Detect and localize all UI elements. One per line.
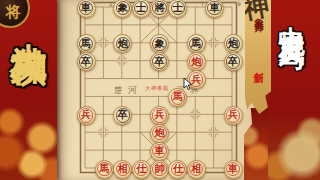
piece-char: 兵 (81, 110, 91, 120)
right-bokeh-photo (262, 112, 320, 180)
piece-red-兵[interactable]: 兵 (224, 106, 243, 125)
piece-char: 車 (210, 3, 220, 13)
piece-char: 仕 (173, 164, 183, 174)
piece-char: 帥 (155, 164, 165, 174)
piece-char: 馬 (173, 92, 183, 102)
piece-red-馬[interactable]: 馬 (95, 160, 114, 179)
piece-red-仕[interactable]: 仕 (168, 160, 187, 179)
piece-black-士[interactable]: 士 (168, 0, 187, 18)
piece-char: 象 (155, 38, 165, 48)
badge-master-label: 象棋大师 (254, 11, 263, 17)
right-title-text: 中炮对屏风马 (279, 6, 305, 30)
piece-red-相[interactable]: 相 (113, 160, 132, 179)
piece-char: 卒 (228, 56, 238, 66)
piece-black-象[interactable]: 象 (113, 0, 132, 18)
piece-char: 兵 (228, 110, 238, 120)
left-title-text: 大神象棋 (0, 14, 57, 22)
piece-red-炮[interactable]: 炮 (187, 52, 206, 71)
piece-black-車[interactable]: 車 (77, 0, 96, 18)
piece-char: 馬 (81, 38, 91, 48)
piece-black-士[interactable]: 士 (132, 0, 151, 18)
piece-black-卒[interactable]: 卒 (113, 106, 132, 125)
piece-red-車[interactable]: 車 (224, 160, 243, 179)
piece-black-炮[interactable]: 炮 (224, 34, 243, 53)
piece-black-卒[interactable]: 卒 (224, 52, 243, 71)
mouse-cursor-icon (183, 78, 193, 91)
left-bokeh-photo (0, 100, 57, 180)
piece-char: 車 (155, 146, 165, 156)
piece-char: 象 (118, 3, 128, 13)
piece-red-兵[interactable]: 兵 (77, 106, 96, 125)
piece-char: 車 (81, 3, 91, 13)
piece-char: 卒 (155, 56, 165, 66)
piece-char: 士 (136, 3, 146, 13)
badge-innovate-label: 创新 (253, 64, 263, 66)
file-number: 9 (238, 1, 241, 7)
file-number: 7 (201, 1, 204, 7)
piece-char: 炮 (191, 56, 201, 66)
piece-char: 馬 (99, 164, 109, 174)
piece-char: 將 (155, 3, 165, 13)
piece-red-帥[interactable]: 帥 (150, 160, 169, 179)
piece-char: 相 (118, 164, 128, 174)
piece-red-車[interactable]: 車 (150, 142, 169, 161)
piece-char: 炮 (155, 128, 165, 138)
file-number: 2 (109, 1, 112, 7)
piece-char: 卒 (118, 110, 128, 120)
piece-char: 相 (191, 164, 201, 174)
piece-char: 車 (228, 164, 238, 174)
piece-char: 馬 (191, 38, 201, 48)
piece-black-馬[interactable]: 馬 (187, 34, 206, 53)
piece-red-兵[interactable]: 兵 (150, 106, 169, 125)
piece-black-馬[interactable]: 馬 (77, 34, 96, 53)
watermark-text: 大神象棋 (145, 85, 169, 92)
left-title-banner: 将 大神象棋 (0, 0, 57, 180)
piece-black-車[interactable]: 車 (205, 0, 224, 18)
piece-char: 仕 (136, 164, 146, 174)
piece-char: 卒 (81, 56, 91, 66)
piece-black-卒[interactable]: 卒 (77, 52, 96, 71)
piece-red-相[interactable]: 相 (187, 160, 206, 179)
piece-red-炮[interactable]: 炮 (150, 124, 169, 143)
piece-red-仕[interactable]: 仕 (132, 160, 151, 179)
piece-char: 士 (173, 3, 183, 13)
video-thumbnail: 123456789 楚河 汉界 大神象棋 車象士將士車馬炮象馬炮卒卒炮卒兵馬兵卒… (0, 0, 320, 180)
piece-black-將[interactable]: 將 (150, 0, 169, 18)
piece-char: 兵 (155, 110, 165, 120)
piece-char: 炮 (118, 38, 128, 48)
piece-char: 炮 (228, 38, 238, 48)
river-label-left: 楚河 (114, 84, 142, 97)
